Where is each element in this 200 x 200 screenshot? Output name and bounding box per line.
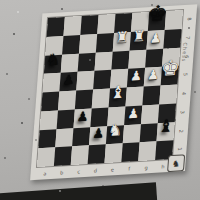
square-a4[interactable] [41,92,59,112]
square-c2[interactable] [72,127,90,147]
logo-knight-icon: ♞ [172,158,181,168]
piece-black-knight-a6[interactable]: ♞ [44,50,62,70]
square-b7[interactable] [62,35,80,55]
file-label-e: e [104,163,122,176]
file-label-f: f [120,162,138,175]
rank-label-3: 3 [173,106,192,119]
piece-white-pawn-f5[interactable]: ♟ [127,66,145,86]
file-label-c: c [70,165,88,178]
square-a5[interactable] [42,73,60,93]
board-grid: ♚♜♜♟♞♟♟♟♚♝♟♟♟♞♝ [37,10,183,167]
piece-white-rook-e7[interactable]: ♜ [113,28,131,48]
chess-board: ♚♜♜♟♞♟♟♟♚♝♟♟♟♞♝ abcdefgh 12345678 Chess … [30,4,197,180]
piece-white-pawn-f3[interactable]: ♟ [124,103,142,123]
piece-white-pawn-g7[interactable]: ♟ [147,28,165,48]
square-g3[interactable] [141,104,159,124]
piece-black-king-g8[interactable]: ♚ [148,4,166,24]
board-logo: ♞ [167,154,185,172]
square-c5[interactable] [76,71,94,91]
chess-board-photo: ♚♜♜♟♞♟♟♟♚♝♟♟♟♞♝ abcdefgh 12345678 Chess … [0,0,200,200]
file-label-d: d [87,164,105,177]
square-d5[interactable] [93,70,111,90]
file-label-b: b [53,166,71,179]
piece-white-rook-f7[interactable]: ♜ [130,27,148,47]
rank-label-8: 8 [179,12,198,25]
square-a2[interactable] [38,129,56,149]
file-label-a: a [36,167,54,180]
square-g1[interactable] [138,141,156,161]
square-b2[interactable] [55,128,73,148]
square-d8[interactable] [97,14,115,34]
square-f1[interactable] [121,142,139,162]
piece-black-pawn-c3[interactable]: ♟ [74,106,92,126]
square-f2[interactable] [123,124,141,144]
piece-white-knight-e2[interactable]: ♞ [106,121,124,141]
square-b4[interactable] [58,91,76,111]
piece-black-bishop-h2[interactable]: ♝ [157,117,175,137]
rank-label-4: 4 [174,87,193,100]
square-d4[interactable] [92,89,110,109]
square-e6[interactable] [111,50,129,70]
square-e1[interactable] [104,143,122,163]
file-label-g: g [137,161,155,174]
square-g2[interactable] [140,123,158,143]
square-c7[interactable] [79,34,97,54]
square-a8[interactable] [47,17,65,37]
piece-black-pawn-d2[interactable]: ♟ [89,124,107,144]
square-b8[interactable] [63,16,81,36]
square-a3[interactable] [40,110,58,130]
piece-black-pawn-b5[interactable]: ♟ [60,70,78,90]
square-c8[interactable] [80,15,98,35]
table-edge-shadow [0,182,158,200]
square-b1[interactable] [54,146,72,166]
square-d7[interactable] [96,33,114,53]
square-g4[interactable] [142,86,160,106]
square-c1[interactable] [71,145,89,165]
square-d1[interactable] [88,144,106,164]
piece-white-king-h5[interactable]: ♚ [161,59,179,79]
square-d6[interactable] [94,51,112,71]
square-a1[interactable] [37,147,55,167]
square-c6[interactable] [78,52,96,72]
square-b3[interactable] [57,109,75,129]
piece-white-bishop-e4[interactable]: ♝ [109,83,127,103]
